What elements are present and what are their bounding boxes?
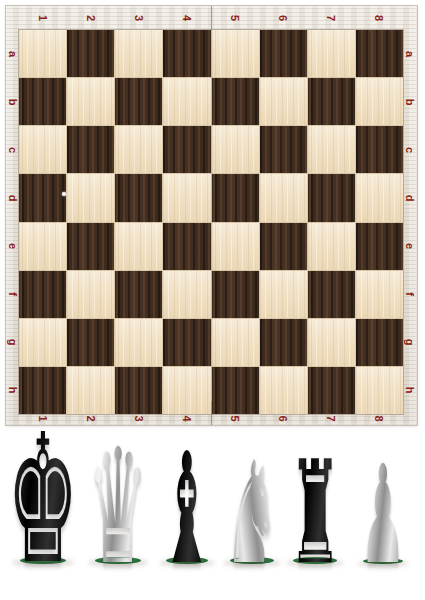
product-photo: 12345678 12345678 abcdefgh abcdefgh ♚♛♝♞… — [0, 0, 425, 600]
square-c6[interactable] — [260, 126, 307, 173]
black-rook-icon: ♜ — [289, 442, 341, 584]
square-c3[interactable] — [115, 126, 162, 173]
square-d3[interactable] — [115, 174, 162, 221]
square-d2[interactable] — [67, 174, 114, 221]
square-e4[interactable] — [163, 223, 210, 270]
square-b2[interactable] — [67, 78, 114, 125]
square-b3[interactable] — [115, 78, 162, 125]
square-f3[interactable] — [115, 271, 162, 318]
square-f2[interactable] — [67, 271, 114, 318]
reflection-dot-icon — [62, 192, 66, 196]
silver-queen-icon: ♛ — [87, 427, 148, 586]
square-a2[interactable] — [67, 30, 114, 77]
square-c1[interactable] — [19, 126, 66, 173]
square-a4[interactable] — [163, 30, 210, 77]
square-a7[interactable] — [308, 30, 355, 77]
square-f8[interactable] — [356, 271, 403, 318]
square-g1[interactable] — [19, 319, 66, 366]
square-f6[interactable] — [260, 271, 307, 318]
square-a1[interactable] — [19, 30, 66, 77]
rank-labels-right: abcdefgh — [403, 30, 417, 414]
pieces-row: ♚♛♝♞♜♟ — [0, 425, 425, 600]
square-d4[interactable] — [163, 174, 210, 221]
square-f4[interactable] — [163, 271, 210, 318]
square-c5[interactable] — [212, 126, 259, 173]
square-g3[interactable] — [115, 319, 162, 366]
rank-labels-left: abcdefgh — [6, 30, 19, 414]
square-a5[interactable] — [212, 30, 259, 77]
square-e3[interactable] — [115, 223, 162, 270]
square-a6[interactable] — [260, 30, 307, 77]
square-h7[interactable] — [308, 367, 355, 414]
square-e7[interactable] — [308, 223, 355, 270]
square-g8[interactable] — [356, 319, 403, 366]
square-f1[interactable] — [19, 271, 66, 318]
square-e8[interactable] — [356, 223, 403, 270]
square-b7[interactable] — [308, 78, 355, 125]
square-c7[interactable] — [308, 126, 355, 173]
square-h6[interactable] — [260, 367, 307, 414]
square-e1[interactable] — [19, 223, 66, 270]
square-g7[interactable] — [308, 319, 355, 366]
board-hinge-seam — [211, 6, 212, 425]
silver-knight-icon: ♞ — [224, 443, 281, 584]
square-d6[interactable] — [260, 174, 307, 221]
square-b5[interactable] — [212, 78, 259, 125]
square-b6[interactable] — [260, 78, 307, 125]
square-g2[interactable] — [67, 319, 114, 366]
square-f5[interactable] — [212, 271, 259, 318]
square-a3[interactable] — [115, 30, 162, 77]
square-g5[interactable] — [212, 319, 259, 366]
square-d5[interactable] — [212, 174, 259, 221]
square-b1[interactable] — [19, 78, 66, 125]
square-h3[interactable] — [115, 367, 162, 414]
square-h5[interactable] — [212, 367, 259, 414]
square-c4[interactable] — [163, 126, 210, 173]
silver-pawn-icon: ♟ — [360, 447, 406, 583]
square-h8[interactable] — [356, 367, 403, 414]
square-e6[interactable] — [260, 223, 307, 270]
square-c8[interactable] — [356, 126, 403, 173]
square-e5[interactable] — [212, 223, 259, 270]
square-b8[interactable] — [356, 78, 403, 125]
square-c2[interactable] — [67, 126, 114, 173]
square-a8[interactable] — [356, 30, 403, 77]
square-e2[interactable] — [67, 223, 114, 270]
square-d7[interactable] — [308, 174, 355, 221]
square-g4[interactable] — [163, 319, 210, 366]
black-king-icon: ♚ — [7, 411, 79, 589]
square-h4[interactable] — [163, 367, 210, 414]
square-g6[interactable] — [260, 319, 307, 366]
square-f7[interactable] — [308, 271, 355, 318]
square-b4[interactable] — [163, 78, 210, 125]
square-d8[interactable] — [356, 174, 403, 221]
black-bishop-icon: ♝ — [160, 433, 215, 586]
square-d1[interactable] — [19, 174, 66, 221]
